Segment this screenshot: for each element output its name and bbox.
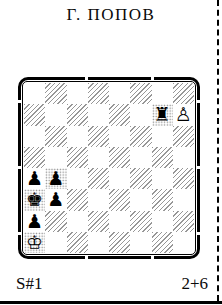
square-c1 — [67, 232, 88, 253]
square-c2 — [67, 211, 88, 232]
square-c7 — [67, 104, 88, 125]
square-c3 — [67, 189, 88, 210]
square-f5 — [130, 147, 151, 168]
square-h6 — [173, 126, 194, 147]
square-c6 — [67, 126, 88, 147]
piece-count-label: 2+6 — [181, 274, 208, 294]
square-a1: ♔ — [24, 232, 45, 253]
square-d4 — [88, 168, 109, 189]
square-b5 — [45, 147, 66, 168]
border-tick — [197, 100, 200, 103]
square-g5 — [152, 147, 173, 168]
square-d3 — [88, 189, 109, 210]
border-tick — [18, 100, 21, 103]
border-tick — [151, 256, 154, 259]
square-h8 — [173, 83, 194, 104]
square-b1 — [45, 232, 66, 253]
square-b4: ♟ — [45, 168, 66, 189]
square-h7: ♙ — [173, 104, 194, 125]
problem-diagram-page: Г. ПОПОВ ♜♙♟♟♚♟♟♔ S#1 2+6 — [0, 0, 222, 305]
black-rook: ♜ — [154, 105, 171, 124]
square-c5 — [67, 147, 88, 168]
square-f2 — [130, 211, 151, 232]
square-a2: ♟ — [24, 211, 45, 232]
square-g1 — [152, 232, 173, 253]
square-e2 — [109, 211, 130, 232]
square-f8 — [130, 83, 151, 104]
square-d1 — [88, 232, 109, 253]
square-b8 — [45, 83, 66, 104]
square-e8 — [109, 83, 130, 104]
square-h3 — [173, 189, 194, 210]
square-h1 — [173, 232, 194, 253]
square-h4 — [173, 168, 194, 189]
white-king: ♔ — [26, 232, 43, 251]
square-a6 — [24, 126, 45, 147]
square-a3: ♚ — [24, 189, 45, 210]
square-f6 — [130, 126, 151, 147]
square-d2 — [88, 211, 109, 232]
square-e1 — [109, 232, 130, 253]
square-c4 — [67, 168, 88, 189]
square-d6 — [88, 126, 109, 147]
composer-name: Г. ПОПОВ — [0, 5, 222, 25]
square-g4 — [152, 168, 173, 189]
page-column-separator — [217, 0, 219, 301]
border-tick — [151, 77, 154, 80]
square-h5 — [173, 147, 194, 168]
square-e3 — [109, 189, 130, 210]
square-g7: ♜ — [152, 104, 173, 125]
chess-board: ♜♙♟♟♚♟♟♔ — [24, 83, 194, 253]
square-a4: ♟ — [24, 168, 45, 189]
page-bottom-rule — [0, 301, 222, 304]
square-g6 — [152, 126, 173, 147]
square-e4 — [109, 168, 130, 189]
square-g8 — [152, 83, 173, 104]
black-pawn: ♟ — [26, 211, 43, 230]
border-tick — [197, 166, 200, 169]
black-pawn: ♟ — [26, 169, 43, 188]
square-d5 — [88, 147, 109, 168]
border-tick — [18, 232, 21, 235]
square-c8 — [67, 83, 88, 104]
square-b2 — [45, 211, 66, 232]
square-d7 — [88, 104, 109, 125]
square-f3 — [130, 189, 151, 210]
square-h2 — [173, 211, 194, 232]
square-b7 — [45, 104, 66, 125]
square-a8 — [24, 83, 45, 104]
square-g3 — [152, 189, 173, 210]
square-e7 — [109, 104, 130, 125]
border-tick — [85, 77, 88, 80]
square-f7 — [130, 104, 151, 125]
square-f1 — [130, 232, 151, 253]
square-e5 — [109, 147, 130, 168]
border-tick — [197, 232, 200, 235]
square-a7 — [24, 104, 45, 125]
black-pawn: ♟ — [47, 169, 64, 188]
chess-board-frame: ♜♙♟♟♚♟♟♔ — [18, 77, 200, 259]
square-f4 — [130, 168, 151, 189]
border-tick — [18, 166, 21, 169]
black-pawn: ♟ — [47, 190, 64, 209]
square-a5 — [24, 147, 45, 168]
square-b6 — [45, 126, 66, 147]
square-g2 — [152, 211, 173, 232]
square-d8 — [88, 83, 109, 104]
white-pawn: ♙ — [175, 105, 192, 124]
border-tick — [85, 256, 88, 259]
black-king: ♚ — [26, 190, 43, 209]
stipulation-label: S#1 — [16, 274, 42, 294]
square-e6 — [109, 126, 130, 147]
square-b3: ♟ — [45, 189, 66, 210]
